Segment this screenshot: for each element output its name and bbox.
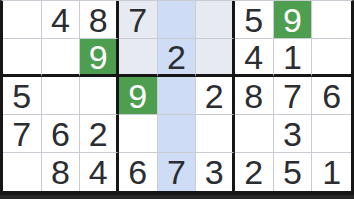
cell-r7c5[interactable]: [158, 77, 197, 115]
cell-r5c2[interactable]: 4: [42, 1, 81, 39]
cell-r7c7[interactable]: 8: [235, 77, 274, 115]
sudoku-board: 487599241592876762384673251: [0, 0, 354, 195]
cell-r9c9[interactable]: 1: [312, 153, 351, 191]
cell-r8c9[interactable]: [312, 115, 351, 153]
cell-r8c3[interactable]: 2: [80, 115, 119, 153]
cell-r7c3[interactable]: [80, 77, 119, 115]
cell-r9c8[interactable]: 5: [274, 153, 313, 191]
cell-r6c9[interactable]: [312, 39, 351, 77]
cell-r8c7[interactable]: [235, 115, 274, 153]
cell-r5c5[interactable]: [158, 1, 197, 39]
cell-r9c4[interactable]: 6: [119, 153, 158, 191]
sudoku-board-viewport: 487599241592876762384673251: [0, 0, 354, 199]
cell-r6c2[interactable]: [42, 39, 81, 77]
cell-r9c5[interactable]: 7: [158, 153, 197, 191]
sudoku-grid: 487599241592876762384673251: [3, 1, 351, 191]
cell-r9c1[interactable]: [3, 153, 42, 191]
cell-r9c2[interactable]: 8: [42, 153, 81, 191]
cell-r8c8[interactable]: 3: [274, 115, 313, 153]
cell-r5c8[interactable]: 9: [274, 1, 313, 39]
cell-r5c4[interactable]: 7: [119, 1, 158, 39]
cell-r6c6[interactable]: [196, 39, 235, 77]
cell-r6c3[interactable]: 9: [80, 39, 119, 77]
cell-r8c6[interactable]: [196, 115, 235, 153]
cell-r6c4[interactable]: [119, 39, 158, 77]
cell-r7c1[interactable]: 5: [3, 77, 42, 115]
cell-r8c2[interactable]: 6: [42, 115, 81, 153]
cell-r6c5[interactable]: 2: [158, 39, 197, 77]
cell-r8c4[interactable]: [119, 115, 158, 153]
cell-r5c1[interactable]: [3, 1, 42, 39]
cell-r5c3[interactable]: 8: [80, 1, 119, 39]
cell-r9c7[interactable]: 2: [235, 153, 274, 191]
cell-r9c3[interactable]: 4: [80, 153, 119, 191]
cell-r7c6[interactable]: 2: [196, 77, 235, 115]
cell-r6c1[interactable]: [3, 39, 42, 77]
cell-r5c9[interactable]: [312, 1, 351, 39]
cell-r6c8[interactable]: 1: [274, 39, 313, 77]
cell-r7c9[interactable]: 6: [312, 77, 351, 115]
cell-r5c6[interactable]: [196, 1, 235, 39]
cell-r7c2[interactable]: [42, 77, 81, 115]
cell-r9c6[interactable]: 3: [196, 153, 235, 191]
cell-r7c4[interactable]: 9: [119, 77, 158, 115]
cell-r8c5[interactable]: [158, 115, 197, 153]
cell-r6c7[interactable]: 4: [235, 39, 274, 77]
cell-r7c8[interactable]: 7: [274, 77, 313, 115]
cell-r8c1[interactable]: 7: [3, 115, 42, 153]
cell-r5c7[interactable]: 5: [235, 1, 274, 39]
